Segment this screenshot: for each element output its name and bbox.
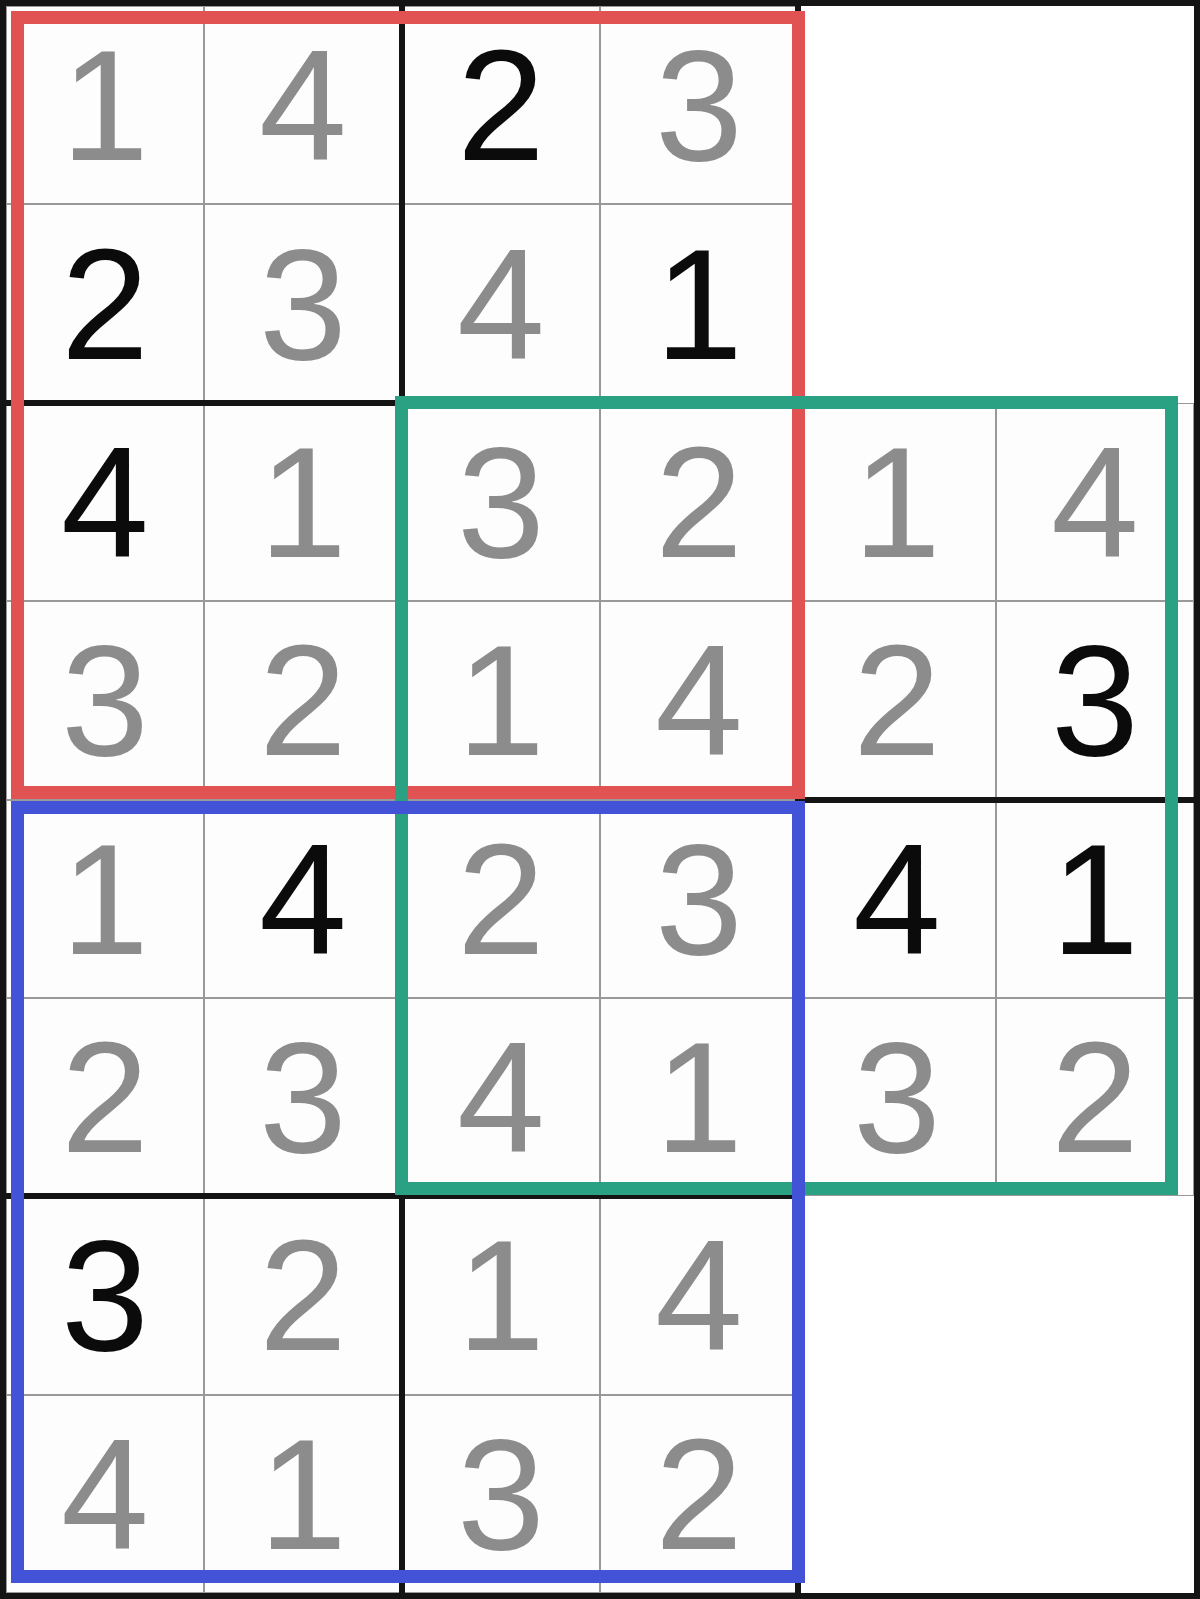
cell-r8-c6 xyxy=(996,1395,1194,1593)
puzzle-board: 1423234141321432142314234123413232144132 xyxy=(0,0,1200,1599)
cell-r1-c5 xyxy=(798,6,996,204)
cell-r8-c5 xyxy=(798,1395,996,1593)
cell-r1-c6 xyxy=(996,6,1194,204)
blue-puzzle-frame xyxy=(11,801,805,1584)
cell-r2-c5 xyxy=(798,204,996,402)
cell-r2-c6 xyxy=(996,204,1194,402)
cell-r7-c6 xyxy=(996,1196,1194,1394)
cell-r7-c5 xyxy=(798,1196,996,1394)
